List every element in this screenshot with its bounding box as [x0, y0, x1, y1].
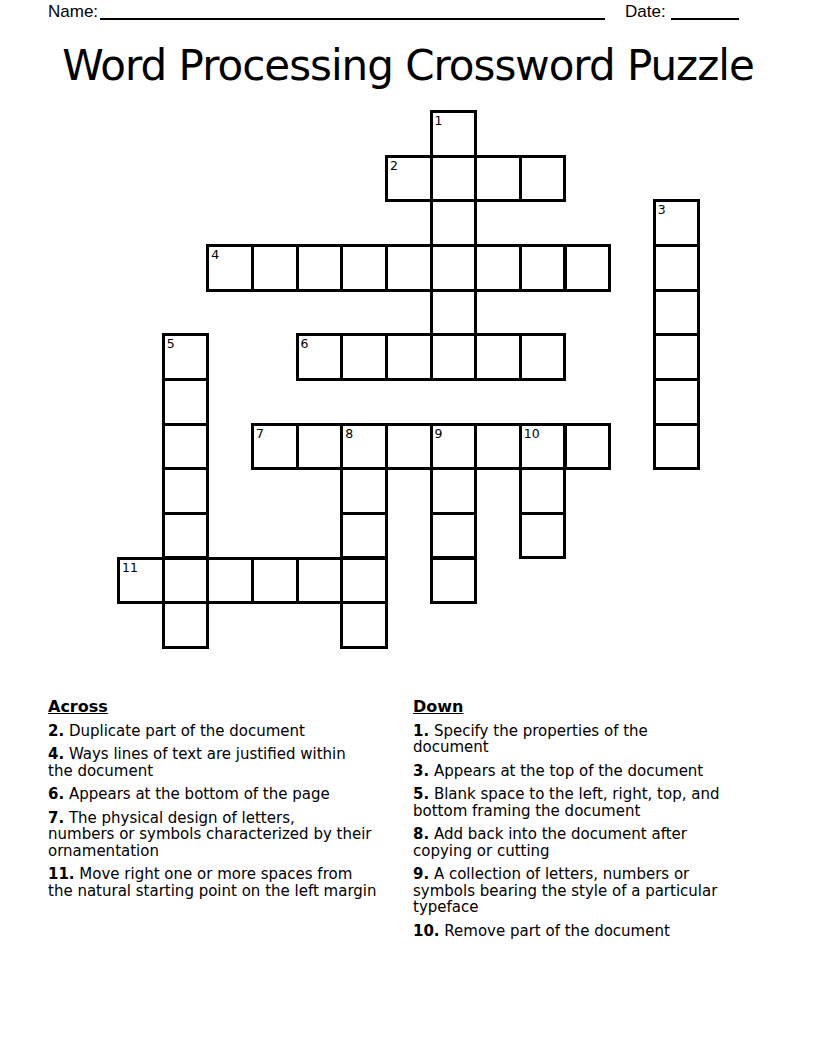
clue-item-text: The physical design of letters, numbers … — [48, 809, 372, 860]
clue-item-number: 2. — [48, 722, 64, 740]
clue-item: 8. Add back into the document after copy… — [413, 826, 763, 859]
grid-cell[interactable] — [251, 557, 299, 605]
clue-item-number: 6. — [48, 785, 64, 803]
down-clue-list: 1. Specify the properties of the documen… — [413, 723, 763, 940]
grid-cell[interactable] — [430, 333, 478, 381]
clue-item-text: Move right one or more spaces from the n… — [48, 865, 377, 900]
across-clues-column: Across 2. Duplicate part of the document… — [48, 699, 413, 946]
grid-cell[interactable] — [385, 244, 433, 292]
clue-item: 11. Move right one or more spaces from t… — [48, 866, 413, 899]
clue-item-number: 7. — [48, 809, 64, 827]
grid-cell[interactable] — [653, 378, 701, 426]
grid-cell[interactable] — [430, 289, 478, 337]
clue-item: 5. Blank space to the left, right, top, … — [413, 786, 763, 819]
clues-section: Across 2. Duplicate part of the document… — [48, 699, 763, 946]
across-clue-list: 2. Duplicate part of the document4. Ways… — [48, 723, 413, 900]
grid-cell[interactable] — [162, 557, 210, 605]
clue-item-text: Remove part of the document — [440, 922, 670, 940]
grid-cell[interactable] — [653, 423, 701, 471]
grid-cell[interactable] — [519, 244, 567, 292]
grid-cell[interactable] — [340, 467, 388, 515]
clue-item: 6. Appears at the bottom of the page — [48, 786, 413, 803]
grid-cell[interactable] — [653, 333, 701, 381]
grid-cell[interactable] — [296, 423, 344, 471]
across-heading: Across — [48, 699, 413, 716]
grid-clue-number: 10 — [524, 427, 540, 440]
grid-cell[interactable] — [430, 512, 478, 560]
clue-item-number: 10. — [413, 922, 440, 940]
grid-cell[interactable] — [653, 244, 701, 292]
grid-cell[interactable] — [474, 423, 522, 471]
grid-clue-number: 3 — [658, 203, 666, 216]
clue-item-number: 9. — [413, 865, 429, 883]
clue-item-number: 1. — [413, 722, 429, 740]
grid-cell[interactable] — [564, 423, 612, 471]
clue-item: 10. Remove part of the document — [413, 923, 763, 940]
clue-item-number: 11. — [48, 865, 75, 883]
grid-cell[interactable] — [564, 244, 612, 292]
clue-item-text: Blank space to the left, right, top, and… — [413, 785, 719, 820]
grid-cell[interactable] — [162, 378, 210, 426]
grid-cell[interactable] — [162, 601, 210, 649]
grid-cell[interactable] — [162, 512, 210, 560]
grid-cell[interactable] — [474, 155, 522, 203]
clue-item: 4. Ways lines of text are justified with… — [48, 746, 413, 779]
clue-item: 7. The physical design of letters, numbe… — [48, 810, 413, 860]
clue-item-number: 3. — [413, 762, 429, 780]
grid-cell[interactable] — [474, 244, 522, 292]
grid-cell[interactable] — [385, 333, 433, 381]
grid-cell[interactable] — [340, 512, 388, 560]
grid-cell[interactable] — [206, 557, 254, 605]
grid-clue-number: 2 — [390, 159, 398, 172]
grid-clue-number: 5 — [167, 337, 175, 350]
grid-clue-number: 7 — [256, 427, 264, 440]
grid-cell[interactable] — [162, 467, 210, 515]
down-heading: Down — [413, 699, 763, 716]
clue-item: 2. Duplicate part of the document — [48, 723, 413, 740]
worksheet-page: Name: Date: Word Processing Crossword Pu… — [0, 0, 816, 1056]
clue-item-text: Ways lines of text are justified within … — [48, 745, 346, 780]
grid-cell[interactable] — [162, 423, 210, 471]
clue-item-number: 4. — [48, 745, 64, 763]
grid-cell[interactable] — [519, 333, 567, 381]
down-clues-column: Down 1. Specify the properties of the do… — [413, 699, 763, 946]
grid-clue-number: 1 — [435, 114, 443, 127]
clue-item-number: 8. — [413, 825, 429, 843]
grid-cell[interactable] — [340, 244, 388, 292]
clue-item-text: Add back into the document after copying… — [413, 825, 687, 860]
clue-item-text: Specify the properties of the document — [413, 722, 648, 757]
grid-clue-number: 4 — [211, 248, 219, 261]
grid-cell[interactable] — [340, 557, 388, 605]
clue-item: 9. A collection of letters, numbers or s… — [413, 866, 763, 916]
grid-cell[interactable] — [653, 289, 701, 337]
grid-cell[interactable] — [385, 423, 433, 471]
grid-cell[interactable] — [519, 512, 567, 560]
grid-clue-number: 8 — [345, 427, 353, 440]
grid-clue-number: 6 — [301, 337, 309, 350]
grid-cell[interactable] — [296, 557, 344, 605]
grid-cell[interactable] — [251, 244, 299, 292]
clue-item-number: 5. — [413, 785, 429, 803]
clue-item: 3. Appears at the top of the document — [413, 763, 763, 780]
grid-cell[interactable] — [430, 244, 478, 292]
grid-cell[interactable] — [430, 199, 478, 247]
grid-cell[interactable] — [430, 557, 478, 605]
grid-cell[interactable] — [474, 333, 522, 381]
grid-clue-number: 11 — [122, 561, 138, 574]
crossword-grid: 1234567891011 — [0, 0, 816, 700]
clue-item-text: A collection of letters, numbers or symb… — [413, 865, 717, 916]
grid-cell[interactable] — [430, 155, 478, 203]
clue-item-text: Appears at the bottom of the page — [64, 785, 330, 803]
grid-cell[interactable] — [519, 155, 567, 203]
clue-item-text: Duplicate part of the document — [64, 722, 305, 740]
grid-cell[interactable] — [296, 244, 344, 292]
clue-item-text: Appears at the top of the document — [429, 762, 703, 780]
grid-cell[interactable] — [430, 467, 478, 515]
grid-cell[interactable] — [519, 467, 567, 515]
grid-clue-number: 9 — [435, 427, 443, 440]
clue-item: 1. Specify the properties of the documen… — [413, 723, 763, 756]
grid-cell[interactable] — [340, 333, 388, 381]
grid-cell[interactable] — [340, 601, 388, 649]
